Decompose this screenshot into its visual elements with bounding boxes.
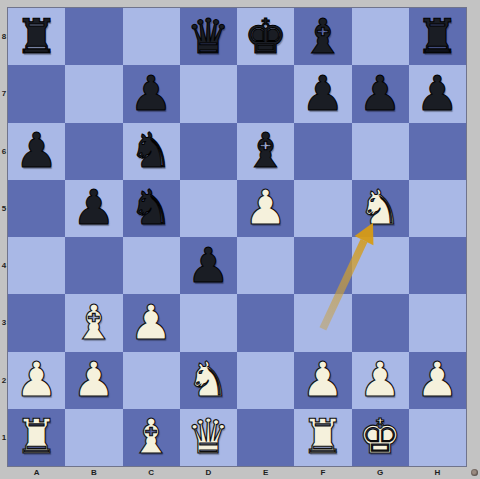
square-e2[interactable]	[237, 352, 294, 409]
file-label-h: H	[409, 466, 466, 479]
square-a2[interactable]: ♟	[8, 352, 65, 409]
square-f8[interactable]: ♝	[294, 8, 351, 65]
square-h2[interactable]: ♟	[409, 352, 466, 409]
file-label-e: E	[237, 466, 294, 479]
square-c5[interactable]: ♞	[123, 180, 180, 237]
rank-label-5: 5	[0, 180, 8, 237]
square-g5[interactable]: ♞	[352, 180, 409, 237]
square-g6[interactable]	[352, 123, 409, 180]
piece-black-pawn[interactable]: ♟	[416, 69, 459, 117]
rank-label-3: 3	[0, 294, 8, 351]
piece-white-pawn[interactable]: ♟	[130, 298, 173, 346]
square-a4[interactable]	[8, 237, 65, 294]
square-e5[interactable]: ♟	[237, 180, 294, 237]
piece-black-pawn[interactable]: ♟	[359, 69, 402, 117]
square-d8[interactable]: ♛	[180, 8, 237, 65]
square-a1[interactable]: ♜	[8, 409, 65, 466]
square-c8[interactable]	[123, 8, 180, 65]
square-f5[interactable]	[294, 180, 351, 237]
piece-black-pawn[interactable]: ♟	[301, 69, 344, 117]
chess-board[interactable]: ♜♛♚♝♜♟♟♟♟♟♞♝♟♞♟♞♟♝♟♟♟♞♟♟♟♜♝♛♜♚	[8, 8, 466, 466]
piece-black-pawn[interactable]: ♟	[187, 241, 230, 289]
piece-black-queen[interactable]: ♛	[187, 12, 230, 60]
square-h7[interactable]: ♟	[409, 65, 466, 122]
square-c6[interactable]: ♞	[123, 123, 180, 180]
square-a6[interactable]: ♟	[8, 123, 65, 180]
piece-white-pawn[interactable]: ♟	[416, 355, 459, 403]
square-b2[interactable]: ♟	[65, 352, 122, 409]
square-h6[interactable]	[409, 123, 466, 180]
square-g8[interactable]	[352, 8, 409, 65]
piece-black-pawn[interactable]: ♟	[72, 183, 115, 231]
square-c3[interactable]: ♟	[123, 294, 180, 351]
piece-white-bishop[interactable]: ♝	[72, 298, 115, 346]
piece-black-pawn[interactable]: ♟	[130, 69, 173, 117]
square-b8[interactable]	[65, 8, 122, 65]
square-d1[interactable]: ♛	[180, 409, 237, 466]
piece-white-queen[interactable]: ♛	[187, 412, 230, 460]
square-e1[interactable]	[237, 409, 294, 466]
square-e6[interactable]: ♝	[237, 123, 294, 180]
square-e7[interactable]	[237, 65, 294, 122]
square-b4[interactable]	[65, 237, 122, 294]
rank-label-8: 8	[0, 8, 8, 65]
square-a8[interactable]: ♜	[8, 8, 65, 65]
square-d3[interactable]	[180, 294, 237, 351]
square-f7[interactable]: ♟	[294, 65, 351, 122]
piece-white-pawn[interactable]: ♟	[15, 355, 58, 403]
rank-labels: 87654321	[0, 8, 8, 466]
piece-white-pawn[interactable]: ♟	[301, 355, 344, 403]
piece-white-knight[interactable]: ♞	[187, 355, 230, 403]
square-b5[interactable]: ♟	[65, 180, 122, 237]
square-g4[interactable]	[352, 237, 409, 294]
rank-label-2: 2	[0, 352, 8, 409]
piece-black-bishop[interactable]: ♝	[244, 126, 287, 174]
square-b3[interactable]: ♝	[65, 294, 122, 351]
file-label-a: A	[8, 466, 65, 479]
file-label-b: B	[65, 466, 122, 479]
file-label-c: C	[123, 466, 180, 479]
square-h1[interactable]	[409, 409, 466, 466]
square-c7[interactable]: ♟	[123, 65, 180, 122]
square-d6[interactable]	[180, 123, 237, 180]
square-c4[interactable]	[123, 237, 180, 294]
square-e3[interactable]	[237, 294, 294, 351]
square-d4[interactable]: ♟	[180, 237, 237, 294]
square-h5[interactable]	[409, 180, 466, 237]
file-label-g: G	[352, 466, 409, 479]
square-h8[interactable]: ♜	[409, 8, 466, 65]
piece-white-pawn[interactable]: ♟	[244, 183, 287, 231]
square-a3[interactable]	[8, 294, 65, 351]
square-c2[interactable]	[123, 352, 180, 409]
rank-label-1: 1	[0, 409, 8, 466]
rank-label-6: 6	[0, 123, 8, 180]
square-g7[interactable]: ♟	[352, 65, 409, 122]
piece-black-knight[interactable]: ♞	[130, 183, 173, 231]
square-d2[interactable]: ♞	[180, 352, 237, 409]
square-a5[interactable]	[8, 180, 65, 237]
square-c1[interactable]: ♝	[123, 409, 180, 466]
square-d7[interactable]	[180, 65, 237, 122]
piece-white-king[interactable]: ♚	[359, 412, 402, 460]
square-h4[interactable]	[409, 237, 466, 294]
piece-white-rook[interactable]: ♜	[301, 412, 344, 460]
piece-black-pawn[interactable]: ♟	[15, 126, 58, 174]
square-f3[interactable]	[294, 294, 351, 351]
square-f2[interactable]: ♟	[294, 352, 351, 409]
piece-black-bishop[interactable]: ♝	[301, 12, 344, 60]
square-b1[interactable]	[65, 409, 122, 466]
site-logo-dot-icon	[471, 469, 478, 476]
square-g1[interactable]: ♚	[352, 409, 409, 466]
square-h3[interactable]	[409, 294, 466, 351]
piece-white-rook[interactable]: ♜	[15, 412, 58, 460]
piece-white-pawn[interactable]: ♟	[359, 355, 402, 403]
piece-black-king[interactable]: ♚	[244, 12, 287, 60]
square-f4[interactable]	[294, 237, 351, 294]
square-e4[interactable]	[237, 237, 294, 294]
chess-app-window: 87654321 ♜♛♚♝♜♟♟♟♟♟♞♝♟♞♟♞♟♝♟♟♟♞♟♟♟♜♝♛♜♚ …	[0, 0, 480, 479]
square-f6[interactable]	[294, 123, 351, 180]
piece-black-rook[interactable]: ♜	[416, 12, 459, 60]
square-f1[interactable]: ♜	[294, 409, 351, 466]
piece-white-knight[interactable]: ♞	[359, 183, 402, 231]
file-labels: ABCDEFGH	[8, 466, 466, 479]
piece-black-knight[interactable]: ♞	[130, 126, 173, 174]
rank-label-4: 4	[0, 237, 8, 294]
rank-label-7: 7	[0, 65, 8, 122]
file-label-d: D	[180, 466, 237, 479]
square-e8[interactable]: ♚	[237, 8, 294, 65]
piece-black-rook[interactable]: ♜	[15, 12, 58, 60]
square-d5[interactable]	[180, 180, 237, 237]
square-a7[interactable]	[8, 65, 65, 122]
file-label-f: F	[294, 466, 351, 479]
square-b7[interactable]	[65, 65, 122, 122]
square-g3[interactable]	[352, 294, 409, 351]
piece-white-bishop[interactable]: ♝	[130, 412, 173, 460]
square-b6[interactable]	[65, 123, 122, 180]
piece-white-pawn[interactable]: ♟	[72, 355, 115, 403]
square-g2[interactable]: ♟	[352, 352, 409, 409]
